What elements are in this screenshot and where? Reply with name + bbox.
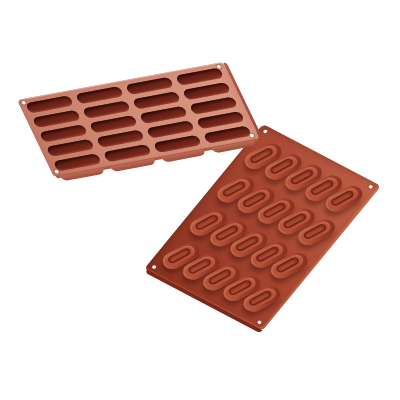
corner-hole bbox=[249, 133, 255, 137]
bump-grid bbox=[160, 137, 365, 318]
corner-hole bbox=[262, 129, 268, 134]
cavity-grid bbox=[25, 68, 252, 172]
corner-hole bbox=[368, 184, 374, 189]
silicone-mold-flat-cavity-side-up bbox=[17, 62, 260, 177]
product-photo-silicone-mold bbox=[0, 0, 400, 400]
corner-hole bbox=[151, 265, 157, 270]
corner-hole bbox=[257, 320, 263, 325]
corner-hole bbox=[216, 65, 222, 69]
